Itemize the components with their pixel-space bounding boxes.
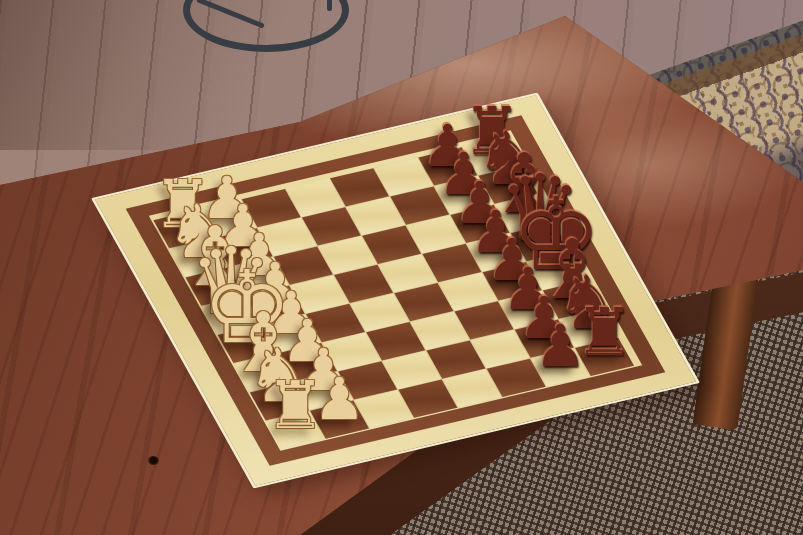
square-h1: ♜ [266, 411, 325, 449]
white-rook-h1: ♜ [266, 373, 325, 439]
board-inner-frame: ♜♞♝♛♚♝♞♜♟♟♟♟♟♟♟♟♟♟♟♟♟♟♟♟♜♞♝♛♚♝♞♜ [149, 130, 642, 451]
black-pawn-h7: ♟ [534, 317, 586, 375]
wood-knot [148, 456, 159, 465]
board-outer-border: ♜♞♝♛♚♝♞♜♟♟♟♟♟♟♟♟♟♟♟♟♟♟♟♟♜♞♝♛♚♝♞♜ [91, 93, 700, 489]
chess-board-squares: ♜♞♝♛♚♝♞♜♟♟♟♟♟♟♟♟♟♟♟♟♟♟♟♟♜♞♝♛♚♝♞♜ [153, 137, 634, 449]
board-red-frame: ♜♞♝♛♚♝♞♜♟♟♟♟♟♟♟♟♟♟♟♟♟♟♟♟♜♞♝♛♚♝♞♜ [126, 115, 666, 466]
chess-board: ♜♞♝♛♚♝♞♜♟♟♟♟♟♟♟♟♟♟♟♟♟♟♟♟♜♞♝♛♚♝♞♜ [158, 136, 633, 445]
metal-stand-bar [327, 0, 332, 11]
photo-chess-scene: { "game": "chess", "position": "rnbqkbnr… [0, 0, 803, 535]
